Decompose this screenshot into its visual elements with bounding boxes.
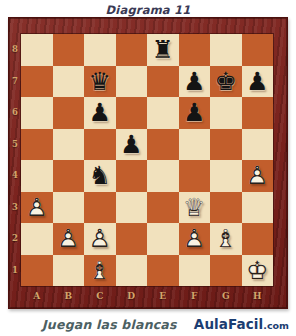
rank-label-7: 7 <box>9 66 21 98</box>
square-e8: ♜ <box>147 34 179 66</box>
piece-white-king-h1: ♚♔ <box>242 255 274 287</box>
file-label-g: G <box>210 286 242 308</box>
square-g6 <box>210 97 242 129</box>
footer: Juegan las blancas AulaFacil.com <box>0 312 296 333</box>
diagram-title: Diagrama 11 <box>0 0 296 17</box>
square-h4: ♟♙ <box>242 160 274 192</box>
square-e6 <box>147 97 179 129</box>
brand-tld: .com <box>263 320 289 331</box>
square-f7: ♟ <box>179 66 211 98</box>
square-b3 <box>53 192 85 224</box>
board-squares: ♜♛♟♚♟♟♟♟♞♟♙♟♙♛♕♟♙♟♙♟♙♝♗♝♗♚♔ <box>21 34 273 286</box>
square-d7 <box>116 66 148 98</box>
piece-white-pawn-f2: ♟♙ <box>179 223 211 255</box>
rank-label-3: 3 <box>9 192 21 224</box>
square-h1: ♚♔ <box>242 255 274 287</box>
rank-label-1: 1 <box>9 255 21 287</box>
square-g2: ♝♗ <box>210 223 242 255</box>
square-e5 <box>147 129 179 161</box>
square-e3 <box>147 192 179 224</box>
brand-watermark: AulaFacil.com <box>194 314 289 333</box>
square-a1 <box>21 255 53 287</box>
piece-white-bishop-c1: ♝♗ <box>84 255 116 287</box>
rank-labels: 87654321 <box>9 34 21 286</box>
piece-black-knight-c4: ♞ <box>84 160 116 192</box>
file-label-b: B <box>53 286 85 308</box>
square-c6: ♟ <box>84 97 116 129</box>
piece-white-pawn-h4: ♟♙ <box>242 160 274 192</box>
square-d6 <box>116 97 148 129</box>
square-f3: ♛♕ <box>179 192 211 224</box>
square-g4 <box>210 160 242 192</box>
square-c4: ♞ <box>84 160 116 192</box>
square-f4 <box>179 160 211 192</box>
piece-black-pawn-f7: ♟ <box>179 66 211 98</box>
square-d8 <box>116 34 148 66</box>
square-a2 <box>21 223 53 255</box>
chess-board: 87654321 ♜♛♟♚♟♟♟♟♞♟♙♟♙♛♕♟♙♟♙♟♙♝♗♝♗♚♔ ABC… <box>8 17 288 309</box>
square-b1 <box>53 255 85 287</box>
square-d4 <box>116 160 148 192</box>
square-b6 <box>53 97 85 129</box>
square-a6 <box>21 97 53 129</box>
piece-white-pawn-b2: ♟♙ <box>53 223 85 255</box>
square-g7: ♚ <box>210 66 242 98</box>
file-label-a: A <box>21 286 53 308</box>
square-f6: ♟ <box>179 97 211 129</box>
square-b4 <box>53 160 85 192</box>
square-f1 <box>179 255 211 287</box>
square-e7 <box>147 66 179 98</box>
piece-black-king-g7: ♚ <box>210 66 242 98</box>
piece-white-pawn-c2: ♟♙ <box>84 223 116 255</box>
square-h5 <box>242 129 274 161</box>
square-h3 <box>242 192 274 224</box>
square-f8 <box>179 34 211 66</box>
square-d1 <box>116 255 148 287</box>
square-c2: ♟♙ <box>84 223 116 255</box>
square-h2 <box>242 223 274 255</box>
square-a8 <box>21 34 53 66</box>
square-g3 <box>210 192 242 224</box>
piece-black-rook-e8: ♜ <box>147 34 179 66</box>
piece-black-pawn-c6: ♟ <box>84 97 116 129</box>
square-h7: ♟ <box>242 66 274 98</box>
file-label-c: C <box>84 286 116 308</box>
square-g5 <box>210 129 242 161</box>
file-label-f: F <box>179 286 211 308</box>
square-c8 <box>84 34 116 66</box>
square-b8 <box>53 34 85 66</box>
side-to-move-caption: Juegan las blancas <box>42 317 177 332</box>
square-c5 <box>84 129 116 161</box>
file-label-d: D <box>116 286 148 308</box>
square-b7 <box>53 66 85 98</box>
square-c3 <box>84 192 116 224</box>
square-g1 <box>210 255 242 287</box>
piece-white-pawn-a3: ♟♙ <box>21 192 53 224</box>
piece-black-pawn-f6: ♟ <box>179 97 211 129</box>
square-e2 <box>147 223 179 255</box>
square-c7: ♛ <box>84 66 116 98</box>
rank-label-8: 8 <box>9 34 21 66</box>
square-a5 <box>21 129 53 161</box>
square-b5 <box>53 129 85 161</box>
square-h6 <box>242 97 274 129</box>
rank-label-6: 6 <box>9 97 21 129</box>
square-d5: ♟ <box>116 129 148 161</box>
square-b2: ♟♙ <box>53 223 85 255</box>
piece-black-queen-c7: ♛ <box>84 66 116 98</box>
square-d3 <box>116 192 148 224</box>
square-g8 <box>210 34 242 66</box>
piece-black-pawn-h7: ♟ <box>242 66 274 98</box>
square-e1 <box>147 255 179 287</box>
rank-label-4: 4 <box>9 160 21 192</box>
square-e4 <box>147 160 179 192</box>
square-c1: ♝♗ <box>84 255 116 287</box>
square-d2 <box>116 223 148 255</box>
file-label-e: E <box>147 286 179 308</box>
brand-name: AulaFacil <box>194 316 264 332</box>
square-h8 <box>242 34 274 66</box>
square-a7 <box>21 66 53 98</box>
square-a3: ♟♙ <box>21 192 53 224</box>
square-a4 <box>21 160 53 192</box>
piece-black-pawn-d5: ♟ <box>116 129 148 161</box>
piece-white-bishop-g2: ♝♗ <box>210 223 242 255</box>
square-f5 <box>179 129 211 161</box>
piece-white-queen-f3: ♛♕ <box>179 192 211 224</box>
file-labels: ABCDEFGH <box>21 286 273 308</box>
file-label-h: H <box>242 286 274 308</box>
rank-label-5: 5 <box>9 129 21 161</box>
square-f2: ♟♙ <box>179 223 211 255</box>
rank-label-2: 2 <box>9 223 21 255</box>
